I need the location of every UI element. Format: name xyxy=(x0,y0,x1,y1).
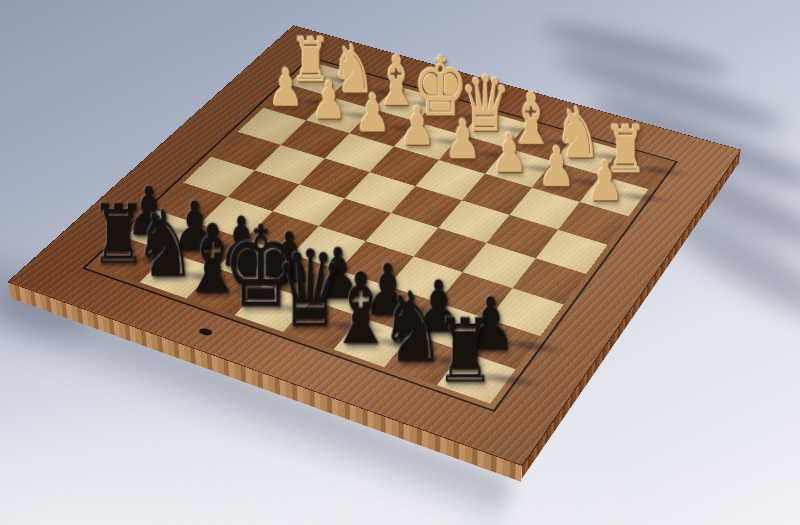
board-edge-dot xyxy=(197,327,214,337)
white-queen-d1: ♛ xyxy=(459,65,511,141)
piece-shadow xyxy=(112,250,204,274)
piece-shadow xyxy=(617,160,704,181)
white-king-e1: ♚ xyxy=(412,47,468,129)
chess-board: ♜♞♝♚♛♝♞♜♟♟♟♟♟♟♟♟♟♟♟♟♟♟♟♟♜♞♝♚♛♝♞♜ xyxy=(7,25,741,466)
white-rook-a1: ♜ xyxy=(603,118,647,183)
piece-shadow xyxy=(482,333,580,360)
white-bishop-c1: ♝ xyxy=(507,84,555,155)
photo-scene: ♜♞♝♚♛♝♞♜♟♟♟♟♟♟♟♟♟♟♟♟♟♟♟♟♜♞♝♚♛♝♞♜ xyxy=(0,0,800,525)
white-rook-h1: ♜ xyxy=(290,30,331,90)
piece-shadow xyxy=(596,186,685,208)
playing-area: ♜♞♝♚♛♝♞♜♟♟♟♟♟♟♟♟♟♟♟♟♟♟♟♟♜♞♝♚♛♝♞♜ xyxy=(82,57,678,412)
square-a1: ♜ xyxy=(600,150,667,190)
square-b2: ♟ xyxy=(532,162,601,202)
square-b5 xyxy=(463,243,536,288)
square-g3 xyxy=(281,120,350,158)
piece-cast-shadow xyxy=(538,16,733,81)
piece-shadow xyxy=(456,366,556,394)
white-pawn-h2: ♟ xyxy=(268,63,303,115)
square-a6 xyxy=(488,288,563,336)
